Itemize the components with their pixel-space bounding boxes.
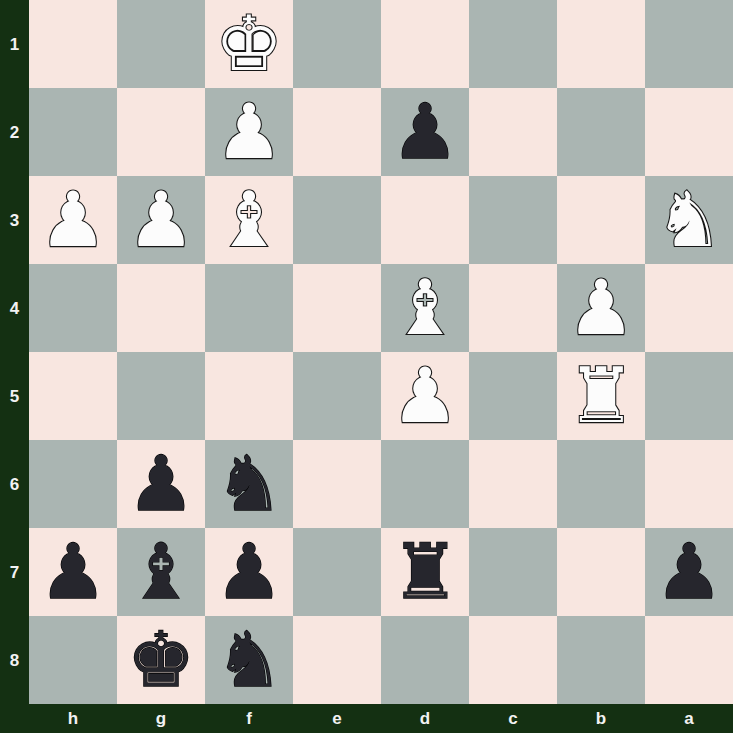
- square-g8[interactable]: ♚: [117, 616, 205, 704]
- square-b7[interactable]: [557, 528, 645, 616]
- file-labels: hgfedcba: [29, 704, 733, 733]
- square-a4[interactable]: [645, 264, 733, 352]
- file-label-c: c: [469, 704, 557, 733]
- rank-label-6: 6: [0, 440, 29, 528]
- chess-board-screenshot: 12345678 ♚♟♟♟♟♝♞♝♟♟♜♟♞♟♝♟♜♟♚♞ hgfedcba: [0, 0, 733, 733]
- square-h7[interactable]: ♟: [29, 528, 117, 616]
- square-g4[interactable]: [117, 264, 205, 352]
- square-h1[interactable]: [29, 0, 117, 88]
- square-e5[interactable]: [293, 352, 381, 440]
- square-h3[interactable]: ♟: [29, 176, 117, 264]
- square-b2[interactable]: [557, 88, 645, 176]
- white-pawn-icon[interactable]: ♟: [567, 270, 635, 346]
- square-e2[interactable]: [293, 88, 381, 176]
- white-king-icon[interactable]: ♚: [215, 6, 283, 82]
- square-g1[interactable]: [117, 0, 205, 88]
- file-label-h: h: [29, 704, 117, 733]
- square-d6[interactable]: [381, 440, 469, 528]
- white-rook-icon[interactable]: ♜: [567, 358, 635, 434]
- square-a3[interactable]: ♞: [645, 176, 733, 264]
- square-h2[interactable]: [29, 88, 117, 176]
- square-f1[interactable]: ♚: [205, 0, 293, 88]
- black-pawn-icon[interactable]: ♟: [215, 534, 283, 610]
- square-e6[interactable]: [293, 440, 381, 528]
- square-g2[interactable]: [117, 88, 205, 176]
- square-c4[interactable]: [469, 264, 557, 352]
- white-knight-icon[interactable]: ♞: [655, 182, 723, 258]
- black-pawn-icon[interactable]: ♟: [391, 94, 459, 170]
- square-f6[interactable]: ♞: [205, 440, 293, 528]
- rank-label-8: 8: [0, 616, 29, 704]
- square-a7[interactable]: ♟: [645, 528, 733, 616]
- square-f7[interactable]: ♟: [205, 528, 293, 616]
- square-c2[interactable]: [469, 88, 557, 176]
- square-g5[interactable]: [117, 352, 205, 440]
- square-f8[interactable]: ♞: [205, 616, 293, 704]
- white-pawn-icon[interactable]: ♟: [391, 358, 459, 434]
- square-b1[interactable]: [557, 0, 645, 88]
- square-e7[interactable]: [293, 528, 381, 616]
- white-pawn-icon[interactable]: ♟: [215, 94, 283, 170]
- white-bishop-icon[interactable]: ♝: [215, 182, 283, 258]
- square-h5[interactable]: [29, 352, 117, 440]
- white-bishop-icon[interactable]: ♝: [391, 270, 459, 346]
- square-g7[interactable]: ♝: [117, 528, 205, 616]
- file-label-b: b: [557, 704, 645, 733]
- black-pawn-icon[interactable]: ♟: [39, 534, 107, 610]
- square-d5[interactable]: ♟: [381, 352, 469, 440]
- white-pawn-icon[interactable]: ♟: [39, 182, 107, 258]
- square-d7[interactable]: ♜: [381, 528, 469, 616]
- square-e8[interactable]: [293, 616, 381, 704]
- square-a6[interactable]: [645, 440, 733, 528]
- square-h4[interactable]: [29, 264, 117, 352]
- file-label-a: a: [645, 704, 733, 733]
- black-pawn-icon[interactable]: ♟: [127, 446, 195, 522]
- black-bishop-icon[interactable]: ♝: [127, 534, 195, 610]
- square-d2[interactable]: ♟: [381, 88, 469, 176]
- rank-label-4: 4: [0, 264, 29, 352]
- square-f5[interactable]: [205, 352, 293, 440]
- rank-label-5: 5: [0, 352, 29, 440]
- rank-label-2: 2: [0, 88, 29, 176]
- square-d4[interactable]: ♝: [381, 264, 469, 352]
- square-c1[interactable]: [469, 0, 557, 88]
- square-b8[interactable]: [557, 616, 645, 704]
- white-pawn-icon[interactable]: ♟: [127, 182, 195, 258]
- square-a8[interactable]: [645, 616, 733, 704]
- black-king-icon[interactable]: ♚: [127, 622, 195, 698]
- square-h6[interactable]: [29, 440, 117, 528]
- chess-board: ♚♟♟♟♟♝♞♝♟♟♜♟♞♟♝♟♜♟♚♞: [29, 0, 733, 704]
- square-g6[interactable]: ♟: [117, 440, 205, 528]
- square-f4[interactable]: [205, 264, 293, 352]
- square-e3[interactable]: [293, 176, 381, 264]
- rank-label-3: 3: [0, 176, 29, 264]
- rank-label-7: 7: [0, 528, 29, 616]
- square-a1[interactable]: [645, 0, 733, 88]
- square-b5[interactable]: ♜: [557, 352, 645, 440]
- square-a5[interactable]: [645, 352, 733, 440]
- square-d3[interactable]: [381, 176, 469, 264]
- file-label-d: d: [381, 704, 469, 733]
- square-c6[interactable]: [469, 440, 557, 528]
- black-knight-icon[interactable]: ♞: [215, 446, 283, 522]
- square-b4[interactable]: ♟: [557, 264, 645, 352]
- black-rook-icon[interactable]: ♜: [391, 534, 459, 610]
- square-h8[interactable]: [29, 616, 117, 704]
- black-pawn-icon[interactable]: ♟: [655, 534, 723, 610]
- square-f3[interactable]: ♝: [205, 176, 293, 264]
- square-d1[interactable]: [381, 0, 469, 88]
- file-label-e: e: [293, 704, 381, 733]
- square-f2[interactable]: ♟: [205, 88, 293, 176]
- square-c8[interactable]: [469, 616, 557, 704]
- file-label-f: f: [205, 704, 293, 733]
- square-e4[interactable]: [293, 264, 381, 352]
- rank-label-1: 1: [0, 0, 29, 88]
- square-g3[interactable]: ♟: [117, 176, 205, 264]
- rank-labels: 12345678: [0, 0, 29, 704]
- square-c5[interactable]: [469, 352, 557, 440]
- square-c7[interactable]: [469, 528, 557, 616]
- square-b3[interactable]: [557, 176, 645, 264]
- square-b6[interactable]: [557, 440, 645, 528]
- square-d8[interactable]: [381, 616, 469, 704]
- square-c3[interactable]: [469, 176, 557, 264]
- file-label-g: g: [117, 704, 205, 733]
- black-knight-icon[interactable]: ♞: [215, 622, 283, 698]
- square-a2[interactable]: [645, 88, 733, 176]
- square-e1[interactable]: [293, 0, 381, 88]
